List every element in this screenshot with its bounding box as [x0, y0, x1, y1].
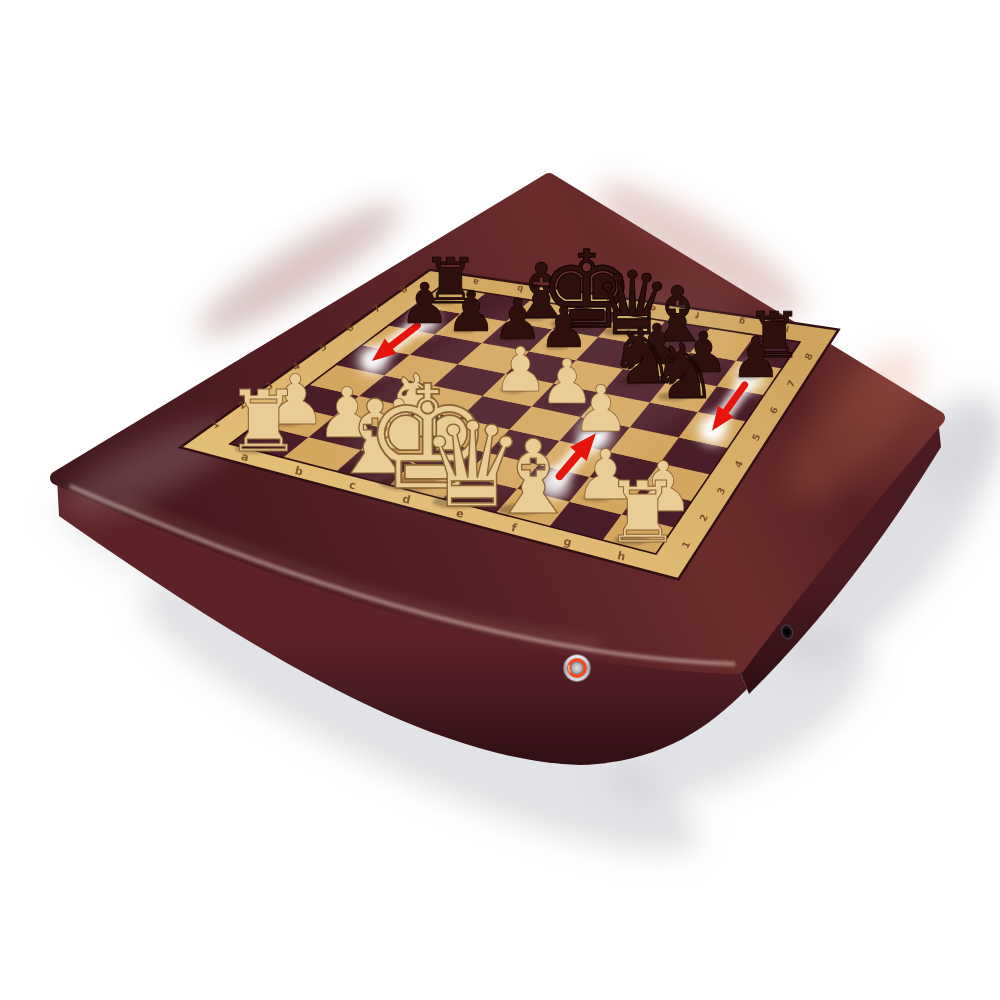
piece-white-rook-h1[interactable]: ♜	[605, 463, 681, 562]
piece-glyph: ♜	[605, 463, 681, 562]
board-scene: aa11bb22cc33dd44ee55ff66gg77hh88♜♝♟♚♟♛♟♝…	[0, 0, 1000, 1000]
piece-white-rook-a1[interactable]: ♜	[225, 372, 301, 471]
piece-white-bishop-f1[interactable]: ♝	[487, 418, 579, 537]
piece-glyph: ♜	[225, 372, 301, 471]
piece-glyph: ♝	[487, 418, 579, 537]
piece-glyph: ♞	[649, 327, 718, 416]
piece-glyph: ♟	[446, 279, 496, 344]
product-photo: aa11bb22cc33dd44ee55ff66gg77hh88♜♝♟♚♟♛♟♝…	[0, 0, 1000, 1000]
power-button[interactable]	[564, 655, 591, 682]
piece-black-pawn-a7[interactable]: ♟	[400, 271, 450, 336]
piece-black-pawn-b7[interactable]: ♟	[446, 279, 496, 344]
power-button-center	[571, 662, 582, 673]
piece-glyph: ♟	[731, 325, 781, 390]
piece-glyph: ♟	[400, 271, 450, 336]
piece-black-knight-g6[interactable]: ♞	[649, 327, 718, 416]
piece-black-pawn-h7[interactable]: ♟	[731, 325, 781, 390]
